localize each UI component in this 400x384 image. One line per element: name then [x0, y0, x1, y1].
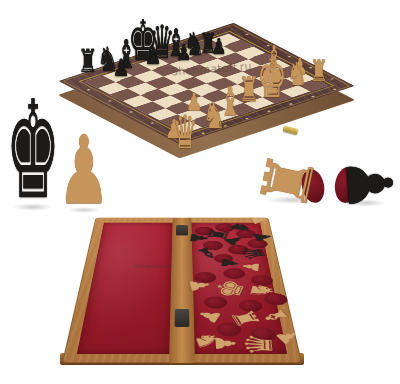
standalone-wood-pawn: ♟ [58, 123, 111, 218]
chess-set-product-photo: Shahmatoff.ru ♜♟♞♝♛♟♚♟♝♝♞♜♟♟♜♞♚♜♟♝♞♟♛ ♚♟… [0, 0, 400, 384]
standalone-black-king: ♚ [6, 83, 60, 218]
loose-piece-layer: ♚♟♜♟ [0, 0, 400, 384]
lying-wood-rook: ♜ [251, 146, 326, 215]
lying-black-pawn: ♟ [336, 154, 400, 214]
